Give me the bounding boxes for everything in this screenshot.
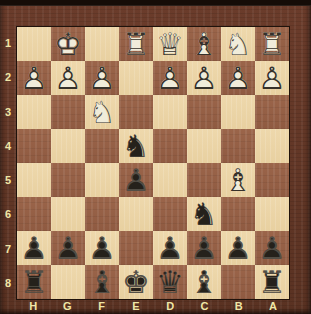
piece-black-pawn[interactable]: ♟♙ [255,231,289,265]
piece-glyph-outline: ♔ [51,27,85,61]
piece-glyph-outline: ♙ [153,61,187,95]
square-a1[interactable]: ♜♖ [255,27,289,61]
piece-white-knight[interactable]: ♞♘ [85,95,119,129]
piece-glyph-outline: ♙ [85,231,119,265]
square-d3[interactable] [153,95,187,129]
piece-glyph-outline: ♙ [51,231,85,265]
file-label-a: A [256,299,290,313]
piece-black-pawn[interactable]: ♟♙ [119,163,153,197]
square-b3[interactable] [221,95,255,129]
square-h1[interactable] [17,27,51,61]
square-g2[interactable]: ♟♙ [51,61,85,95]
square-e6[interactable] [119,197,153,231]
rank-label-5: 5 [0,163,16,197]
piece-white-bishop[interactable]: ♝♗ [187,27,221,61]
square-d5[interactable] [153,163,187,197]
piece-black-queen[interactable]: ♛♕ [153,265,187,299]
piece-black-rook[interactable]: ♜♖ [17,265,51,299]
square-c3[interactable] [187,95,221,129]
piece-glyph-outline: ♗ [221,163,255,197]
rank-label-1: 1 [0,26,16,60]
file-label-d: D [153,299,187,313]
piece-black-pawn[interactable]: ♟♙ [17,231,51,265]
square-h5[interactable] [17,163,51,197]
square-f8[interactable]: ♝♗ [85,265,119,299]
square-b6[interactable] [221,197,255,231]
piece-white-pawn[interactable]: ♟♙ [221,61,255,95]
rank-label-8: 8 [0,266,16,300]
square-g7[interactable]: ♟♙ [51,231,85,265]
piece-white-king[interactable]: ♚♔ [51,27,85,61]
square-e4[interactable]: ♞♘ [119,129,153,163]
square-a7[interactable]: ♟♙ [255,231,289,265]
square-c5[interactable] [187,163,221,197]
chess-app-window: 12345678 HGFEDCBA ♚♔♜♖♛♕♝♗♞♘♜♖♟♙♟♙♟♙♟♙♟♙… [0,0,311,314]
piece-glyph-outline: ♙ [51,61,85,95]
square-b8[interactable] [221,265,255,299]
piece-glyph-outline: ♘ [187,197,221,231]
square-a4[interactable] [255,129,289,163]
square-d8[interactable]: ♛♕ [153,265,187,299]
piece-glyph-outline: ♖ [119,27,153,61]
square-b1[interactable]: ♞♘ [221,27,255,61]
piece-white-pawn[interactable]: ♟♙ [187,61,221,95]
piece-white-bishop[interactable]: ♝♗ [221,163,255,197]
square-d6[interactable] [153,197,187,231]
piece-black-pawn[interactable]: ♟♙ [187,231,221,265]
square-g1[interactable]: ♚♔ [51,27,85,61]
piece-glyph-outline: ♙ [187,61,221,95]
square-g5[interactable] [51,163,85,197]
piece-glyph-outline: ♙ [17,61,51,95]
piece-glyph-outline: ♘ [119,129,153,163]
square-e1[interactable]: ♜♖ [119,27,153,61]
square-e2[interactable] [119,61,153,95]
piece-glyph-outline: ♗ [187,27,221,61]
square-f5[interactable] [85,163,119,197]
piece-white-pawn[interactable]: ♟♙ [255,61,289,95]
piece-black-pawn[interactable]: ♟♙ [221,231,255,265]
chess-board: ♚♔♜♖♛♕♝♗♞♘♜♖♟♙♟♙♟♙♟♙♟♙♟♙♟♙♞♘♞♘♟♙♝♗♞♘♟♙♟♙… [16,26,290,300]
piece-glyph-outline: ♙ [221,61,255,95]
piece-white-rook[interactable]: ♜♖ [255,27,289,61]
piece-black-pawn[interactable]: ♟♙ [51,231,85,265]
square-b7[interactable]: ♟♙ [221,231,255,265]
piece-white-pawn[interactable]: ♟♙ [153,61,187,95]
piece-black-bishop[interactable]: ♝♗ [187,265,221,299]
piece-black-knight[interactable]: ♞♘ [119,129,153,163]
square-g8[interactable] [51,265,85,299]
file-label-b: B [222,299,256,313]
piece-glyph-outline: ♘ [221,27,255,61]
square-h7[interactable]: ♟♙ [17,231,51,265]
file-labels: HGFEDCBA [16,299,290,313]
file-label-e: E [119,299,153,313]
square-h6[interactable] [17,197,51,231]
square-b2[interactable]: ♟♙ [221,61,255,95]
square-h2[interactable]: ♟♙ [17,61,51,95]
piece-glyph-outline: ♙ [153,231,187,265]
square-f2[interactable]: ♟♙ [85,61,119,95]
square-f6[interactable] [85,197,119,231]
square-f1[interactable] [85,27,119,61]
square-g3[interactable] [51,95,85,129]
piece-black-pawn[interactable]: ♟♙ [85,231,119,265]
piece-black-knight[interactable]: ♞♘ [187,197,221,231]
square-f4[interactable] [85,129,119,163]
square-d2[interactable]: ♟♙ [153,61,187,95]
square-b4[interactable] [221,129,255,163]
square-c6[interactable]: ♞♘ [187,197,221,231]
square-a8[interactable]: ♜♖ [255,265,289,299]
piece-glyph-outline: ♔ [119,265,153,299]
piece-black-king[interactable]: ♚♔ [119,265,153,299]
square-h8[interactable]: ♜♖ [17,265,51,299]
square-c4[interactable] [187,129,221,163]
square-d1[interactable]: ♛♕ [153,27,187,61]
square-g6[interactable] [51,197,85,231]
square-g4[interactable] [51,129,85,163]
piece-black-pawn[interactable]: ♟♙ [153,231,187,265]
square-e8[interactable]: ♚♔ [119,265,153,299]
piece-glyph-outline: ♙ [255,231,289,265]
piece-glyph-outline: ♙ [255,61,289,95]
square-e5[interactable]: ♟♙ [119,163,153,197]
file-label-c: C [187,299,221,313]
rank-label-4: 4 [0,129,16,163]
square-e7[interactable] [119,231,153,265]
piece-glyph-outline: ♗ [187,265,221,299]
piece-black-rook[interactable]: ♜♖ [255,265,289,299]
rank-label-3: 3 [0,95,16,129]
window-top-edge [0,0,311,6]
piece-glyph-outline: ♖ [17,265,51,299]
square-h3[interactable] [17,95,51,129]
piece-glyph-outline: ♘ [85,95,119,129]
piece-glyph-outline: ♕ [153,265,187,299]
piece-glyph-outline: ♙ [17,231,51,265]
piece-white-rook[interactable]: ♜♖ [119,27,153,61]
square-c8[interactable]: ♝♗ [187,265,221,299]
square-f7[interactable]: ♟♙ [85,231,119,265]
piece-glyph-outline: ♙ [187,231,221,265]
square-a3[interactable] [255,95,289,129]
square-c7[interactable]: ♟♙ [187,231,221,265]
rank-label-7: 7 [0,232,16,266]
square-h4[interactable] [17,129,51,163]
file-label-g: G [50,299,84,313]
piece-white-pawn[interactable]: ♟♙ [85,61,119,95]
square-f3[interactable]: ♞♘ [85,95,119,129]
square-c1[interactable]: ♝♗ [187,27,221,61]
piece-glyph-outline: ♙ [221,231,255,265]
square-a5[interactable] [255,163,289,197]
square-d4[interactable] [153,129,187,163]
piece-glyph-outline: ♖ [255,27,289,61]
piece-glyph-outline: ♕ [153,27,187,61]
rank-label-2: 2 [0,60,16,94]
file-label-h: H [16,299,50,313]
square-a2[interactable]: ♟♙ [255,61,289,95]
square-d7[interactable]: ♟♙ [153,231,187,265]
square-a6[interactable] [255,197,289,231]
piece-glyph-outline: ♙ [85,61,119,95]
piece-glyph-outline: ♙ [119,163,153,197]
piece-glyph-outline: ♗ [85,265,119,299]
piece-glyph-outline: ♖ [255,265,289,299]
piece-white-knight[interactable]: ♞♘ [221,27,255,61]
file-label-f: F [85,299,119,313]
piece-black-bishop[interactable]: ♝♗ [85,265,119,299]
rank-label-6: 6 [0,197,16,231]
square-e3[interactable] [119,95,153,129]
piece-white-pawn[interactable]: ♟♙ [51,61,85,95]
rank-labels: 12345678 [0,26,16,300]
square-b5[interactable]: ♝♗ [221,163,255,197]
piece-white-queen[interactable]: ♛♕ [153,27,187,61]
piece-white-pawn[interactable]: ♟♙ [17,61,51,95]
square-c2[interactable]: ♟♙ [187,61,221,95]
